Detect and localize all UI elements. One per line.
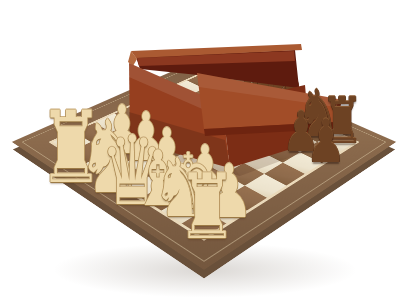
box-left-rim [128, 51, 137, 66]
board-square [264, 163, 304, 186]
board-square [86, 152, 125, 174]
board-square [122, 174, 163, 198]
box-back-rim [131, 44, 302, 58]
board-square [184, 163, 224, 186]
board-square [125, 152, 164, 174]
board-square [185, 142, 224, 163]
chess-board [12, 57, 397, 270]
board-square [103, 163, 143, 186]
board-square [223, 142, 262, 163]
board-frame [12, 57, 397, 270]
board-square [146, 142, 185, 163]
board-square [165, 152, 204, 174]
board-grid [53, 73, 356, 238]
board-square [161, 198, 204, 224]
board-playfield-border [48, 71, 359, 240]
board-square [225, 186, 267, 211]
board-square [204, 152, 243, 174]
board-square [107, 142, 146, 163]
board-square [183, 186, 225, 211]
board-square [182, 210, 226, 237]
board-square [204, 174, 245, 198]
board-square [243, 152, 282, 174]
board-square [141, 186, 183, 211]
board-square [144, 163, 184, 186]
board-square [262, 142, 301, 163]
board-square [224, 163, 264, 186]
board-square [245, 174, 286, 198]
board-square [301, 142, 340, 163]
board-square [204, 198, 247, 224]
chess-set-photo: ♟♝♚♟ ♞♜♟♟♟♟♟♜♞♟♛♝♚♞♟♜ [0, 0, 400, 300]
board-square [163, 174, 204, 198]
board-square [69, 142, 108, 163]
board-square [283, 152, 322, 174]
